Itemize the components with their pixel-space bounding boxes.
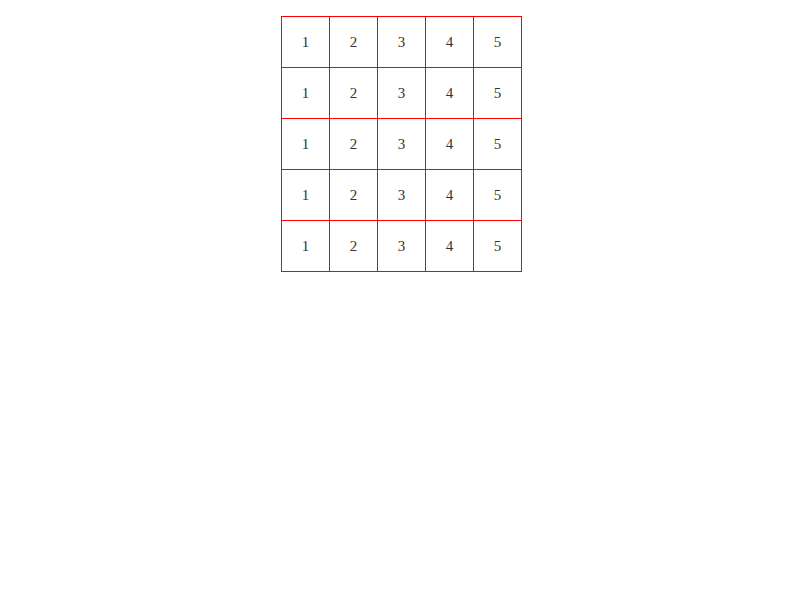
grid-cell-r1c2: 2 — [330, 17, 377, 67]
grid-cell-r2c4: 4 — [426, 68, 473, 118]
grid-cell-r4c1: 1 — [282, 170, 329, 220]
grid-cell-r3c5: 5 — [474, 119, 521, 169]
grid-cell-r1c5: 5 — [474, 17, 521, 67]
grid-cell-r5c5: 5 — [474, 221, 521, 271]
grid-cell-r4c2: 2 — [330, 170, 377, 220]
grid-cell-r2c1: 1 — [282, 68, 329, 118]
grid-cell-r5c1: 1 — [282, 221, 329, 271]
grid-cell-r2c3: 3 — [378, 68, 425, 118]
grid-cell-r1c3: 3 — [378, 17, 425, 67]
grid-cell-r4c3: 3 — [378, 170, 425, 220]
grid-cell-r3c2: 2 — [330, 119, 377, 169]
grid-cell-r1c4: 4 — [426, 17, 473, 67]
grid-cell-r2c5: 5 — [474, 68, 521, 118]
grid-cell-r4c5: 5 — [474, 170, 521, 220]
page-background: 1 2 3 4 5 1 2 3 4 5 1 2 3 4 5 1 2 3 4 5 … — [0, 0, 800, 600]
grid-cell-r5c4: 4 — [426, 221, 473, 271]
grid-cell-r5c3: 3 — [378, 221, 425, 271]
grid-cell-r3c3: 3 — [378, 119, 425, 169]
number-grid: 1 2 3 4 5 1 2 3 4 5 1 2 3 4 5 1 2 3 4 5 … — [281, 16, 522, 272]
grid-cell-r3c4: 4 — [426, 119, 473, 169]
grid-cell-r1c1: 1 — [282, 17, 329, 67]
grid-cell-r4c4: 4 — [426, 170, 473, 220]
grid-cell-r2c2: 2 — [330, 68, 377, 118]
grid-cell-r3c1: 1 — [282, 119, 329, 169]
grid-cell-r5c2: 2 — [330, 221, 377, 271]
